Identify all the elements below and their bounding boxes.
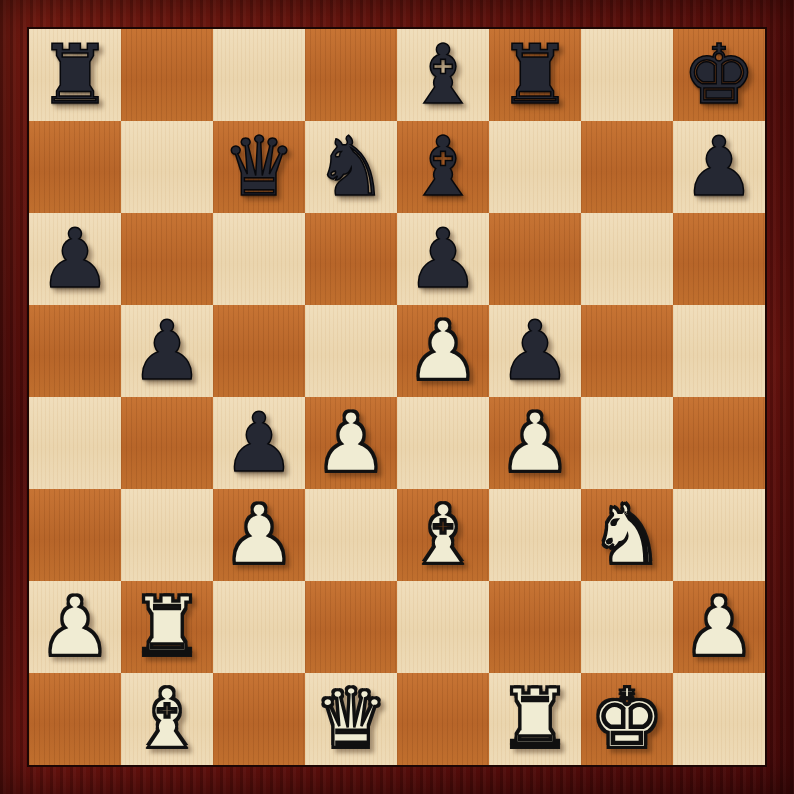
piece-black-knight-d7[interactable]: ♞: [305, 121, 397, 213]
board-inner-border: ♜♝♜♚♛♞♝♟♟♟♟♟♟♟♟♟♟♝♞♟♜♟♝♛♜♚: [27, 27, 767, 767]
square-g3[interactable]: ♞: [581, 489, 673, 581]
square-g7[interactable]: [581, 121, 673, 213]
square-g8[interactable]: [581, 29, 673, 121]
board-frame: ♜♝♜♚♛♞♝♟♟♟♟♟♟♟♟♟♟♝♞♟♜♟♝♛♜♚: [0, 0, 794, 794]
piece-black-rook-f8[interactable]: ♜: [489, 29, 581, 121]
piece-white-bishop-e3[interactable]: ♝: [397, 489, 489, 581]
square-a4[interactable]: [29, 397, 121, 489]
square-g1[interactable]: ♚: [581, 673, 673, 765]
piece-white-bishop-b1[interactable]: ♝: [121, 673, 213, 765]
square-e2[interactable]: [397, 581, 489, 673]
piece-white-rook-b2[interactable]: ♜: [121, 581, 213, 673]
square-f8[interactable]: ♜: [489, 29, 581, 121]
piece-white-knight-g3[interactable]: ♞: [581, 489, 673, 581]
square-d3[interactable]: [305, 489, 397, 581]
piece-white-king-g1[interactable]: ♚: [581, 673, 673, 765]
piece-black-pawn-f5[interactable]: ♟: [489, 305, 581, 397]
piece-black-bishop-e8[interactable]: ♝: [397, 29, 489, 121]
square-e4[interactable]: [397, 397, 489, 489]
piece-white-pawn-d4[interactable]: ♟: [305, 397, 397, 489]
square-d4[interactable]: ♟: [305, 397, 397, 489]
square-b6[interactable]: [121, 213, 213, 305]
square-b8[interactable]: [121, 29, 213, 121]
square-b5[interactable]: ♟: [121, 305, 213, 397]
square-a3[interactable]: [29, 489, 121, 581]
square-b1[interactable]: ♝: [121, 673, 213, 765]
piece-white-queen-d1[interactable]: ♛: [305, 673, 397, 765]
square-a2[interactable]: ♟: [29, 581, 121, 673]
square-g6[interactable]: [581, 213, 673, 305]
square-f5[interactable]: ♟: [489, 305, 581, 397]
square-c7[interactable]: ♛: [213, 121, 305, 213]
square-b4[interactable]: [121, 397, 213, 489]
piece-white-rook-f1[interactable]: ♜: [489, 673, 581, 765]
piece-black-pawn-e6[interactable]: ♟: [397, 213, 489, 305]
square-e3[interactable]: ♝: [397, 489, 489, 581]
square-h2[interactable]: ♟: [673, 581, 765, 673]
piece-black-pawn-a6[interactable]: ♟: [29, 213, 121, 305]
square-f3[interactable]: [489, 489, 581, 581]
piece-black-bishop-e7[interactable]: ♝: [397, 121, 489, 213]
square-b2[interactable]: ♜: [121, 581, 213, 673]
square-a6[interactable]: ♟: [29, 213, 121, 305]
square-d6[interactable]: [305, 213, 397, 305]
piece-black-pawn-c4[interactable]: ♟: [213, 397, 305, 489]
square-d7[interactable]: ♞: [305, 121, 397, 213]
piece-white-pawn-f4[interactable]: ♟: [489, 397, 581, 489]
square-g5[interactable]: [581, 305, 673, 397]
piece-black-king-h8[interactable]: ♚: [673, 29, 765, 121]
square-d2[interactable]: [305, 581, 397, 673]
square-d5[interactable]: [305, 305, 397, 397]
piece-black-queen-c7[interactable]: ♛: [213, 121, 305, 213]
square-b3[interactable]: [121, 489, 213, 581]
piece-white-pawn-c3[interactable]: ♟: [213, 489, 305, 581]
square-e1[interactable]: [397, 673, 489, 765]
square-d1[interactable]: ♛: [305, 673, 397, 765]
square-h4[interactable]: [673, 397, 765, 489]
square-c5[interactable]: [213, 305, 305, 397]
square-c3[interactable]: ♟: [213, 489, 305, 581]
piece-black-pawn-h7[interactable]: ♟: [673, 121, 765, 213]
square-d8[interactable]: [305, 29, 397, 121]
square-g4[interactable]: [581, 397, 673, 489]
square-h1[interactable]: [673, 673, 765, 765]
piece-white-pawn-a2[interactable]: ♟: [29, 581, 121, 673]
square-e8[interactable]: ♝: [397, 29, 489, 121]
square-f2[interactable]: [489, 581, 581, 673]
square-c2[interactable]: [213, 581, 305, 673]
square-a5[interactable]: [29, 305, 121, 397]
square-f7[interactable]: [489, 121, 581, 213]
square-a7[interactable]: [29, 121, 121, 213]
square-h8[interactable]: ♚: [673, 29, 765, 121]
square-e7[interactable]: ♝: [397, 121, 489, 213]
chess-board: ♜♝♜♚♛♞♝♟♟♟♟♟♟♟♟♟♟♝♞♟♜♟♝♛♜♚: [29, 29, 765, 765]
piece-white-pawn-h2[interactable]: ♟: [673, 581, 765, 673]
piece-white-pawn-e5[interactable]: ♟: [397, 305, 489, 397]
square-c4[interactable]: ♟: [213, 397, 305, 489]
square-h7[interactable]: ♟: [673, 121, 765, 213]
square-c8[interactable]: [213, 29, 305, 121]
square-g2[interactable]: [581, 581, 673, 673]
square-c6[interactable]: [213, 213, 305, 305]
square-e5[interactable]: ♟: [397, 305, 489, 397]
piece-black-rook-a8[interactable]: ♜: [29, 29, 121, 121]
square-h6[interactable]: [673, 213, 765, 305]
square-e6[interactable]: ♟: [397, 213, 489, 305]
square-f6[interactable]: [489, 213, 581, 305]
square-h3[interactable]: [673, 489, 765, 581]
square-a1[interactable]: [29, 673, 121, 765]
square-f1[interactable]: ♜: [489, 673, 581, 765]
square-a8[interactable]: ♜: [29, 29, 121, 121]
square-c1[interactable]: [213, 673, 305, 765]
square-h5[interactable]: [673, 305, 765, 397]
square-f4[interactable]: ♟: [489, 397, 581, 489]
piece-black-pawn-b5[interactable]: ♟: [121, 305, 213, 397]
square-b7[interactable]: [121, 121, 213, 213]
